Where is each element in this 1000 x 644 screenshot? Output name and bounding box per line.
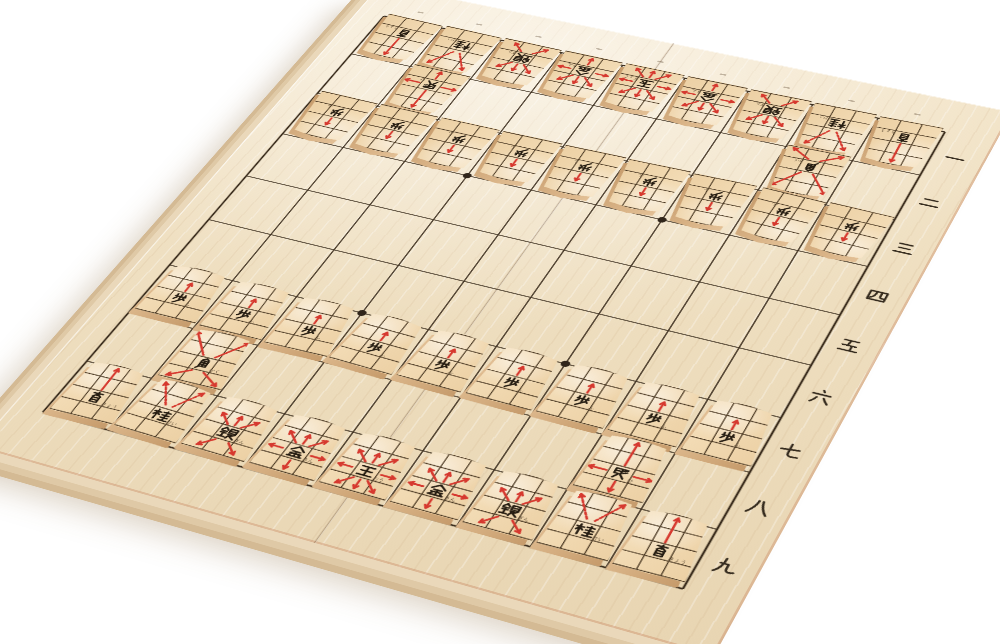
piece-kanji-kaku [195, 358, 211, 369]
piece-reading: ひ [626, 477, 635, 483]
piece-reading: ふ [247, 317, 257, 323]
piece-kanji-kyosha [89, 391, 105, 402]
piece-reading: きょう [100, 401, 119, 409]
piece-kanji-kyosha [397, 29, 410, 37]
piece-kanji-fu [434, 359, 452, 371]
piece-kanji-gyoku [637, 79, 653, 87]
star-point [461, 172, 473, 179]
piece-reading: ふ [313, 334, 323, 340]
piece-kanji-fu [171, 292, 188, 303]
piece-kanji-fu [329, 107, 345, 117]
piece-kanji-fu [573, 394, 591, 406]
piece-kanji-kin [428, 483, 449, 497]
piece-kanji-fu [514, 148, 530, 158]
piece-kanji-kyosha [897, 133, 910, 142]
piece-kanji-fu [642, 176, 658, 186]
piece-kanji-fu [718, 431, 735, 444]
piece-kanji-fu [300, 325, 317, 336]
piece-kanji-gin [763, 105, 782, 115]
piece-kanji-fu [390, 120, 406, 130]
piece-kanji-fu [708, 191, 723, 201]
piece-kanji-fu [451, 134, 467, 144]
piece-kanji-kyosha [653, 544, 669, 557]
piece-kanji-fu [366, 342, 384, 354]
piece-kanji-fu [645, 412, 662, 425]
piece-kanji-kin [699, 92, 716, 102]
piece-kanji-kaku [805, 162, 818, 172]
shogi-photo-scene: きょうけいぎんきんぎょくきんぎんけいきょうひかくふふふふふふふふふふふふふふふふ… [0, 0, 1000, 644]
piece-kanji-kin [575, 66, 592, 75]
piece-kanji-fu [776, 206, 792, 217]
piece-kanji-fu [578, 162, 594, 172]
piece-kanji-fu [503, 376, 521, 388]
piece-kanji-hisha [612, 468, 629, 480]
piece-kanji-fu [235, 309, 252, 320]
piece-kanji-fu [844, 221, 860, 232]
piece-kanji-hisha [423, 80, 438, 88]
piece-kanji-keima [827, 119, 847, 129]
piece-kanji-ou [357, 465, 376, 477]
